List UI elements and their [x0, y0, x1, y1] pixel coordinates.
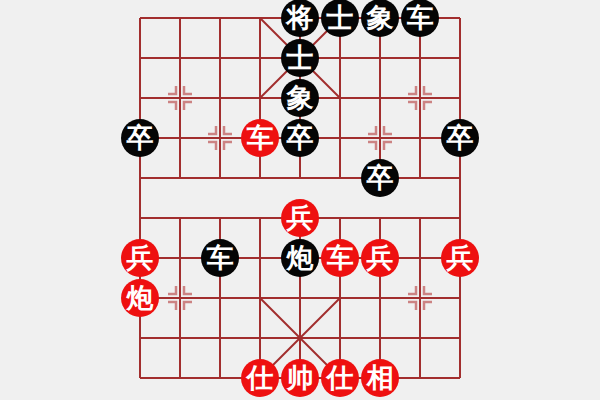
position-marker: [224, 126, 232, 134]
piece-red-soldier[interactable]: 兵: [361, 239, 399, 277]
position-marker: [168, 86, 176, 94]
position-marker: [184, 102, 192, 110]
piece-black-soldier[interactable]: 卒: [281, 119, 319, 157]
position-marker: [368, 142, 376, 150]
position-marker: [408, 102, 416, 110]
position-marker: [384, 126, 392, 134]
piece-red-chariot[interactable]: 车: [241, 119, 279, 157]
position-marker: [408, 286, 416, 294]
piece-red-soldier[interactable]: 兵: [281, 199, 319, 237]
position-marker: [424, 102, 432, 110]
xiangqi-board[interactable]: 将士象车士象卒车卒卒卒兵兵车炮车兵兵炮仕帅仕相: [0, 0, 600, 400]
piece-black-chariot[interactable]: 车: [401, 0, 439, 37]
piece-black-soldier[interactable]: 卒: [441, 119, 479, 157]
position-marker: [408, 302, 416, 310]
piece-black-advisor[interactable]: 士: [321, 0, 359, 37]
position-marker: [184, 302, 192, 310]
piece-black-chariot[interactable]: 车: [201, 239, 239, 277]
position-marker: [224, 142, 232, 150]
position-marker: [384, 142, 392, 150]
piece-black-elephant[interactable]: 象: [361, 0, 399, 37]
position-marker: [208, 142, 216, 150]
position-marker: [168, 302, 176, 310]
piece-black-advisor[interactable]: 士: [281, 39, 319, 77]
piece-black-cannon[interactable]: 炮: [281, 239, 319, 277]
piece-red-general[interactable]: 帅: [281, 359, 319, 397]
position-marker: [208, 126, 216, 134]
position-marker: [408, 86, 416, 94]
piece-black-soldier[interactable]: 卒: [121, 119, 159, 157]
piece-black-elephant[interactable]: 象: [281, 79, 319, 117]
position-marker: [184, 86, 192, 94]
piece-red-elephant[interactable]: 相: [361, 359, 399, 397]
piece-red-soldier[interactable]: 兵: [121, 239, 159, 277]
position-marker: [424, 286, 432, 294]
piece-red-chariot[interactable]: 车: [321, 239, 359, 277]
position-marker: [424, 86, 432, 94]
piece-black-general[interactable]: 将: [281, 0, 319, 37]
position-marker: [184, 286, 192, 294]
position-marker: [424, 302, 432, 310]
piece-red-soldier[interactable]: 兵: [441, 239, 479, 277]
position-marker: [368, 126, 376, 134]
piece-red-cannon[interactable]: 炮: [121, 279, 159, 317]
piece-red-advisor[interactable]: 仕: [321, 359, 359, 397]
piece-black-soldier[interactable]: 卒: [361, 159, 399, 197]
position-marker: [168, 286, 176, 294]
position-marker: [168, 102, 176, 110]
piece-red-advisor[interactable]: 仕: [241, 359, 279, 397]
